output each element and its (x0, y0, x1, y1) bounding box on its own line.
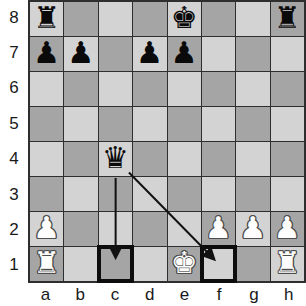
square-c8[interactable] (99, 2, 132, 36)
square-f5[interactable] (202, 107, 235, 141)
square-a7[interactable]: ♟ (30, 37, 63, 71)
square-d7[interactable]: ♟ (133, 37, 166, 71)
square-d8[interactable] (133, 2, 166, 36)
rank-label-7: 7 (0, 35, 28, 70)
file-label-e: e (167, 283, 202, 306)
rank-label-1: 1 (0, 248, 28, 283)
rank-label-8: 8 (0, 0, 28, 35)
rank-labels: 87654321 (0, 0, 28, 283)
square-h8[interactable]: ♜ (271, 2, 304, 36)
square-d1[interactable] (133, 247, 166, 281)
square-a6[interactable] (30, 72, 63, 106)
square-c7[interactable] (99, 37, 132, 71)
piece-white-rook[interactable]: ♜ (274, 248, 301, 278)
square-c4[interactable]: ♛ (99, 142, 132, 176)
board-frame: ♜♚♜♟♟♟♟♛♟♟♟♟♜♚♜ (28, 0, 306, 283)
square-d2[interactable] (133, 212, 166, 246)
square-e4[interactable] (168, 142, 201, 176)
piece-white-rook[interactable]: ♜ (33, 248, 60, 278)
piece-black-pawn[interactable]: ♟ (33, 38, 60, 68)
piece-black-queen[interactable]: ♛ (102, 143, 129, 173)
square-f1[interactable] (202, 247, 235, 281)
square-b4[interactable] (64, 142, 97, 176)
square-g1[interactable] (236, 247, 269, 281)
piece-black-rook[interactable]: ♜ (274, 3, 301, 33)
square-h1[interactable]: ♜ (271, 247, 304, 281)
rank-label-4: 4 (0, 142, 28, 177)
square-b8[interactable] (64, 2, 97, 36)
square-b3[interactable] (64, 177, 97, 211)
piece-white-pawn[interactable]: ♟ (274, 213, 301, 243)
piece-white-king[interactable]: ♚ (171, 248, 198, 278)
piece-black-pawn[interactable]: ♟ (136, 38, 163, 68)
file-label-g: g (237, 283, 272, 306)
piece-black-pawn[interactable]: ♟ (171, 38, 198, 68)
square-f2[interactable]: ♟ (202, 212, 235, 246)
square-e1[interactable]: ♚ (168, 247, 201, 281)
square-a4[interactable] (30, 142, 63, 176)
chess-diagram: 87654321 ♜♚♜♟♟♟♟♛♟♟♟♟♜♚♜ abcdefgh (0, 0, 306, 306)
square-b7[interactable]: ♟ (64, 37, 97, 71)
square-d5[interactable] (133, 107, 166, 141)
piece-black-rook[interactable]: ♜ (33, 3, 60, 33)
square-a3[interactable] (30, 177, 63, 211)
piece-white-pawn[interactable]: ♟ (205, 213, 232, 243)
rank-label-5: 5 (0, 106, 28, 141)
file-label-b: b (63, 283, 98, 306)
square-b1[interactable] (64, 247, 97, 281)
chess-board[interactable]: ♜♚♜♟♟♟♟♛♟♟♟♟♜♚♜ (30, 2, 304, 281)
square-f3[interactable] (202, 177, 235, 211)
square-g3[interactable] (236, 177, 269, 211)
square-g2[interactable]: ♟ (236, 212, 269, 246)
square-g7[interactable] (236, 37, 269, 71)
square-h6[interactable] (271, 72, 304, 106)
rank-label-2: 2 (0, 212, 28, 247)
rank-label-3: 3 (0, 177, 28, 212)
square-c1[interactable] (99, 247, 132, 281)
square-f8[interactable] (202, 2, 235, 36)
square-e5[interactable] (168, 107, 201, 141)
square-b2[interactable] (64, 212, 97, 246)
square-c5[interactable] (99, 107, 132, 141)
square-e6[interactable] (168, 72, 201, 106)
square-a1[interactable]: ♜ (30, 247, 63, 281)
piece-white-pawn[interactable]: ♟ (239, 213, 266, 243)
file-label-d: d (132, 283, 167, 306)
file-labels: abcdefgh (28, 283, 306, 306)
square-a2[interactable]: ♟ (30, 212, 63, 246)
square-g6[interactable] (236, 72, 269, 106)
square-f4[interactable] (202, 142, 235, 176)
square-h4[interactable] (271, 142, 304, 176)
square-d4[interactable] (133, 142, 166, 176)
square-a8[interactable]: ♜ (30, 2, 63, 36)
square-b6[interactable] (64, 72, 97, 106)
file-label-a: a (28, 283, 63, 306)
square-c6[interactable] (99, 72, 132, 106)
square-h7[interactable] (271, 37, 304, 71)
rank-label-6: 6 (0, 71, 28, 106)
file-label-h: h (271, 283, 306, 306)
file-label-f: f (202, 283, 237, 306)
square-e7[interactable]: ♟ (168, 37, 201, 71)
file-label-c: c (98, 283, 133, 306)
square-f7[interactable] (202, 37, 235, 71)
square-g5[interactable] (236, 107, 269, 141)
square-g4[interactable] (236, 142, 269, 176)
square-f6[interactable] (202, 72, 235, 106)
square-d6[interactable] (133, 72, 166, 106)
square-a5[interactable] (30, 107, 63, 141)
square-h2[interactable]: ♟ (271, 212, 304, 246)
piece-black-pawn[interactable]: ♟ (68, 38, 95, 68)
square-c2[interactable] (99, 212, 132, 246)
square-c3[interactable] (99, 177, 132, 211)
piece-black-king[interactable]: ♚ (171, 3, 198, 33)
square-e3[interactable] (168, 177, 201, 211)
square-e8[interactable]: ♚ (168, 2, 201, 36)
square-e2[interactable] (168, 212, 201, 246)
square-g8[interactable] (236, 2, 269, 36)
square-d3[interactable] (133, 177, 166, 211)
square-h5[interactable] (271, 107, 304, 141)
square-b5[interactable] (64, 107, 97, 141)
piece-white-pawn[interactable]: ♟ (33, 213, 60, 243)
square-h3[interactable] (271, 177, 304, 211)
